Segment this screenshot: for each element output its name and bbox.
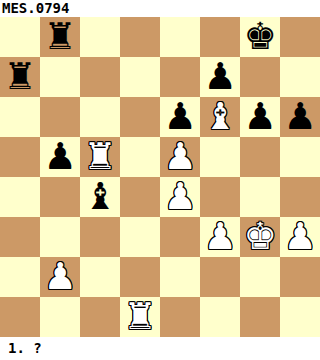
black-pawn: ♟ xyxy=(283,97,316,137)
black-pawn: ♟ xyxy=(203,57,236,97)
square-e2[interactable] xyxy=(160,257,200,297)
square-h1[interactable] xyxy=(280,297,320,337)
black-king: ♚ xyxy=(243,17,276,57)
white-pawn: ♟ xyxy=(283,217,316,257)
square-a6[interactable] xyxy=(0,97,40,137)
exercise-id-label: MES.0794 xyxy=(2,0,69,17)
square-d7[interactable] xyxy=(120,57,160,97)
chess-board[interactable]: ♜♚♜♟♟♝♟♟♟♜♟♝♟♟♚♟♟♜ xyxy=(0,17,320,337)
square-e1[interactable] xyxy=(160,297,200,337)
square-h5[interactable] xyxy=(280,137,320,177)
move-prompt: 1. ? xyxy=(8,337,42,360)
square-e8[interactable] xyxy=(160,17,200,57)
square-c4[interactable]: ♝ xyxy=(80,177,120,217)
square-c5[interactable]: ♜ xyxy=(80,137,120,177)
title-bar: MES.0794 xyxy=(0,0,320,17)
square-a4[interactable] xyxy=(0,177,40,217)
white-rook: ♜ xyxy=(83,137,116,177)
square-d5[interactable] xyxy=(120,137,160,177)
square-h4[interactable] xyxy=(280,177,320,217)
square-g1[interactable] xyxy=(240,297,280,337)
square-f1[interactable] xyxy=(200,297,240,337)
square-b6[interactable] xyxy=(40,97,80,137)
square-d1[interactable]: ♜ xyxy=(120,297,160,337)
square-e6[interactable]: ♟ xyxy=(160,97,200,137)
square-c7[interactable] xyxy=(80,57,120,97)
square-c1[interactable] xyxy=(80,297,120,337)
white-pawn: ♟ xyxy=(203,217,236,257)
square-f5[interactable] xyxy=(200,137,240,177)
black-rook: ♜ xyxy=(43,17,76,57)
square-g5[interactable] xyxy=(240,137,280,177)
white-pawn: ♟ xyxy=(43,257,76,297)
black-pawn: ♟ xyxy=(163,97,196,137)
square-f4[interactable] xyxy=(200,177,240,217)
square-f8[interactable] xyxy=(200,17,240,57)
white-rook: ♜ xyxy=(123,297,156,337)
square-b8[interactable]: ♜ xyxy=(40,17,80,57)
footer: 1. ? xyxy=(0,337,320,360)
square-e5[interactable]: ♟ xyxy=(160,137,200,177)
square-f7[interactable]: ♟ xyxy=(200,57,240,97)
square-f6[interactable]: ♝ xyxy=(200,97,240,137)
square-d4[interactable] xyxy=(120,177,160,217)
square-d8[interactable] xyxy=(120,17,160,57)
square-h3[interactable]: ♟ xyxy=(280,217,320,257)
square-d3[interactable] xyxy=(120,217,160,257)
square-e4[interactable]: ♟ xyxy=(160,177,200,217)
square-b1[interactable] xyxy=(40,297,80,337)
square-a3[interactable] xyxy=(0,217,40,257)
square-c2[interactable] xyxy=(80,257,120,297)
square-f2[interactable] xyxy=(200,257,240,297)
white-bishop: ♝ xyxy=(203,97,236,137)
white-king: ♚ xyxy=(243,217,276,257)
square-a7[interactable]: ♜ xyxy=(0,57,40,97)
black-rook: ♜ xyxy=(3,57,36,97)
square-h7[interactable] xyxy=(280,57,320,97)
square-e7[interactable] xyxy=(160,57,200,97)
square-a8[interactable] xyxy=(0,17,40,57)
square-g8[interactable]: ♚ xyxy=(240,17,280,57)
black-pawn: ♟ xyxy=(243,97,276,137)
square-a5[interactable] xyxy=(0,137,40,177)
chess-exercise-window: MES.0794 ♜♚♜♟♟♝♟♟♟♜♟♝♟♟♚♟♟♜ 1. ? xyxy=(0,0,320,360)
square-c6[interactable] xyxy=(80,97,120,137)
square-b2[interactable]: ♟ xyxy=(40,257,80,297)
square-b4[interactable] xyxy=(40,177,80,217)
white-pawn: ♟ xyxy=(163,137,196,177)
square-d6[interactable] xyxy=(120,97,160,137)
square-b5[interactable]: ♟ xyxy=(40,137,80,177)
square-e3[interactable] xyxy=(160,217,200,257)
square-f3[interactable]: ♟ xyxy=(200,217,240,257)
square-h6[interactable]: ♟ xyxy=(280,97,320,137)
square-b3[interactable] xyxy=(40,217,80,257)
square-h2[interactable] xyxy=(280,257,320,297)
square-c3[interactable] xyxy=(80,217,120,257)
square-g6[interactable]: ♟ xyxy=(240,97,280,137)
square-c8[interactable] xyxy=(80,17,120,57)
square-g7[interactable] xyxy=(240,57,280,97)
black-bishop: ♝ xyxy=(83,177,116,217)
square-b7[interactable] xyxy=(40,57,80,97)
square-g2[interactable] xyxy=(240,257,280,297)
black-pawn: ♟ xyxy=(43,137,76,177)
square-a1[interactable] xyxy=(0,297,40,337)
white-pawn: ♟ xyxy=(163,177,196,217)
square-g4[interactable] xyxy=(240,177,280,217)
square-d2[interactable] xyxy=(120,257,160,297)
square-a2[interactable] xyxy=(0,257,40,297)
square-h8[interactable] xyxy=(280,17,320,57)
square-g3[interactable]: ♚ xyxy=(240,217,280,257)
